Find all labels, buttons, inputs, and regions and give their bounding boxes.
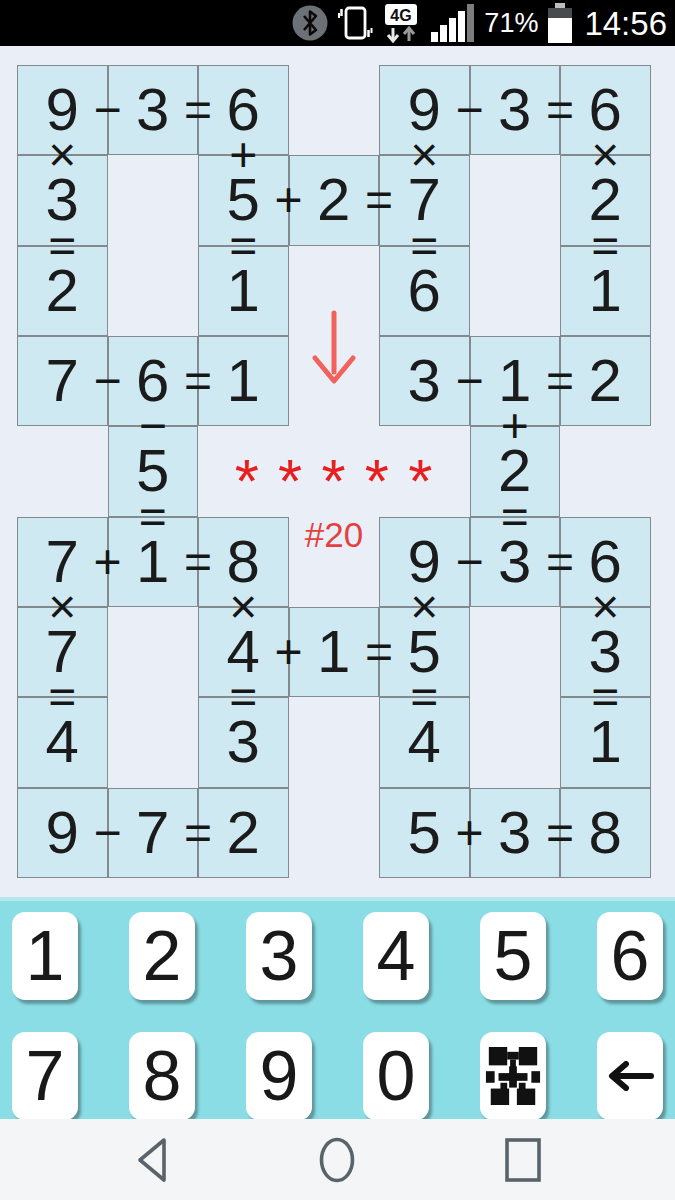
v-operator-r1c1: ×	[48, 131, 76, 179]
v-operator-r7c5: =	[410, 673, 438, 721]
keypad: 123456 7890	[0, 897, 675, 1119]
v-operator-r1c7: ×	[591, 131, 619, 179]
key-2[interactable]: 2	[129, 912, 195, 1000]
h-operator-r7c3: +	[274, 628, 302, 676]
h-board-shape-icon	[484, 1045, 542, 1107]
key-6[interactable]: 6	[597, 912, 663, 1000]
key-7[interactable]: 7	[12, 1032, 78, 1120]
cell-digit: 1	[227, 351, 260, 411]
h-operator-r9c2: =	[184, 809, 212, 857]
cell-digit: 1	[317, 622, 350, 682]
v-operator-r2c7: =	[591, 222, 619, 270]
v-operator-r2c3: =	[229, 222, 257, 270]
bluetooth-icon	[292, 5, 328, 41]
board: * * * * * #20 93693635272216176131252718…	[17, 65, 651, 878]
v-operator-r6c1: ×	[48, 583, 76, 631]
clock: 14:56	[584, 7, 667, 40]
cell-digit: 9	[46, 803, 79, 863]
v-operator-r6c5: ×	[410, 583, 438, 631]
h-operator-r4c5: −	[455, 357, 483, 405]
keypad-row-2: 7890	[0, 1032, 675, 1120]
cell-digit: 3	[408, 351, 441, 411]
puzzle-number-label: #20	[305, 517, 363, 552]
v-operator-r4c6: +	[501, 402, 529, 450]
keypad-row-1: 123456	[0, 912, 675, 1000]
key-1[interactable]: 1	[12, 912, 78, 1000]
h-operator-r2c4: =	[365, 176, 393, 224]
backspace-arrow-icon	[606, 1061, 654, 1091]
back-button[interactable]	[134, 1137, 170, 1183]
key-0[interactable]: 0	[363, 1032, 429, 1120]
android-nav-bar	[0, 1119, 675, 1200]
cell-digit: 2	[317, 170, 350, 230]
battery-percent: 71%	[484, 10, 538, 37]
network-4g-arrows-icon: 4G	[382, 3, 420, 43]
h-operator-r6c2: =	[184, 538, 212, 586]
home-button[interactable]	[318, 1137, 356, 1183]
key-5[interactable]: 5	[480, 912, 546, 1000]
vibrate-icon	[337, 4, 373, 42]
stars-decoration: * * * * *	[235, 450, 434, 512]
h-operator-r7c4: =	[365, 628, 393, 676]
h-operator-r9c5: +	[455, 809, 483, 857]
cell-digit: 5	[408, 803, 441, 863]
key-8[interactable]: 8	[129, 1032, 195, 1120]
cell-digit: 8	[589, 803, 622, 863]
h-operator-r1c2: =	[184, 86, 212, 134]
h-operator-r9c1: −	[93, 809, 121, 857]
v-operator-r5c6: =	[501, 493, 529, 541]
h-operator-r6c1: +	[93, 538, 121, 586]
v-operator-r4c2: −	[139, 402, 167, 450]
v-operator-r7c3: =	[229, 673, 257, 721]
battery-icon	[547, 3, 573, 43]
key-9[interactable]: 9	[246, 1032, 312, 1120]
h-operator-r4c2: =	[184, 357, 212, 405]
v-operator-r2c5: =	[410, 222, 438, 270]
h-operator-r6c5: −	[455, 538, 483, 586]
v-operator-r1c5: ×	[410, 131, 438, 179]
h-operator-r1c5: −	[455, 86, 483, 134]
h-operator-r2c3: +	[274, 176, 302, 224]
cell-digit: 2	[589, 351, 622, 411]
cell-digit: 7	[46, 351, 79, 411]
v-operator-r7c7: =	[591, 673, 619, 721]
h-operator-r1c1: −	[93, 86, 121, 134]
cell-digit: 3	[498, 80, 531, 140]
h-operator-r6c6: =	[546, 538, 574, 586]
v-operator-r7c1: =	[48, 673, 76, 721]
cell-digit: 7	[136, 803, 169, 863]
signal-strength-icon	[429, 4, 475, 42]
h-operator-r4c6: =	[546, 357, 574, 405]
v-operator-r1c3: +	[229, 131, 257, 179]
svg-text:4G: 4G	[391, 7, 412, 24]
h-operator-r1c6: =	[546, 86, 574, 134]
v-operator-r5c2: =	[139, 493, 167, 541]
red-down-arrow-icon	[312, 310, 356, 388]
cell-digit: 3	[136, 80, 169, 140]
v-operator-r2c1: =	[48, 222, 76, 270]
board-area: * * * * * #20 93693635272216176131252718…	[0, 46, 675, 897]
cell-digit: 3	[498, 803, 531, 863]
key-board-shape[interactable]	[480, 1032, 546, 1120]
key-backspace[interactable]	[597, 1032, 663, 1120]
phone-screen: 4G 71% 14:56	[0, 0, 675, 1200]
h-operator-r9c6: =	[546, 809, 574, 857]
recents-button[interactable]	[504, 1137, 542, 1183]
key-4[interactable]: 4	[363, 912, 429, 1000]
key-3[interactable]: 3	[246, 912, 312, 1000]
v-operator-r6c7: ×	[591, 583, 619, 631]
status-bar: 4G 71% 14:56	[0, 0, 675, 46]
cell-digit: 2	[227, 803, 260, 863]
v-operator-r6c3: ×	[229, 583, 257, 631]
h-operator-r4c1: −	[93, 357, 121, 405]
